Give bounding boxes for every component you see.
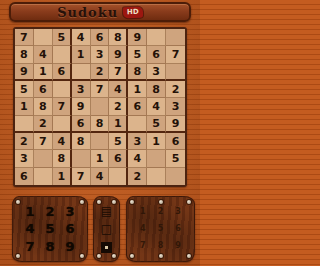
cell-r3c9[interactable] bbox=[166, 64, 185, 81]
cell-r2c7[interactable]: 5 bbox=[128, 46, 147, 63]
tool-column: ▤□ bbox=[98, 202, 115, 256]
cell-r3c6[interactable]: 7 bbox=[109, 64, 128, 81]
cell-r5c1[interactable]: 1 bbox=[15, 98, 34, 115]
cell-r1c9[interactable] bbox=[166, 29, 185, 46]
digit-key-4[interactable]: 4 bbox=[20, 220, 40, 237]
cell-r6c1[interactable] bbox=[15, 116, 34, 133]
cell-r7c4[interactable]: 8 bbox=[72, 133, 91, 150]
cell-r5c3[interactable]: 7 bbox=[53, 98, 72, 115]
cell-r2c6[interactable]: 9 bbox=[109, 46, 128, 63]
cell-r7c8[interactable]: 1 bbox=[147, 133, 166, 150]
pencil-marks-icon[interactable]: ▤ bbox=[98, 202, 115, 220]
pencil-key-6[interactable]: 6 bbox=[169, 220, 187, 237]
cell-r3c1[interactable]: 9 bbox=[15, 64, 34, 81]
digit-key-7[interactable]: 7 bbox=[20, 238, 40, 255]
cell-r9c3[interactable]: 1 bbox=[53, 168, 72, 185]
cell-r7c6[interactable]: 5 bbox=[109, 133, 128, 150]
pencil-key-2[interactable]: 2 bbox=[152, 203, 170, 220]
sudoku-board: 7546898413956791627835637418218792643268… bbox=[13, 27, 187, 187]
cell-r1c8[interactable] bbox=[147, 29, 166, 46]
clear-selected-icon[interactable] bbox=[98, 238, 115, 256]
cell-r4c8[interactable]: 8 bbox=[147, 81, 166, 98]
cell-r3c5[interactable]: 2 bbox=[91, 64, 110, 81]
cell-r2c8[interactable]: 6 bbox=[147, 46, 166, 63]
cell-r8c3[interactable]: 8 bbox=[53, 150, 72, 167]
digit-key-5[interactable]: 5 bbox=[40, 220, 60, 237]
digit-pad: 123456789 bbox=[12, 196, 88, 262]
cell-r4c2[interactable]: 6 bbox=[34, 81, 53, 98]
rivet-icon bbox=[187, 200, 191, 204]
cell-r4c5[interactable]: 7 bbox=[91, 81, 110, 98]
cell-r9c2[interactable] bbox=[34, 168, 53, 185]
cell-r1c2[interactable] bbox=[34, 29, 53, 46]
cell-r2c2[interactable]: 4 bbox=[34, 46, 53, 63]
cell-r1c5[interactable]: 6 bbox=[91, 29, 110, 46]
digit-key-3[interactable]: 3 bbox=[60, 203, 80, 220]
digit-key-1[interactable]: 1 bbox=[20, 203, 40, 220]
cell-r4c1[interactable]: 5 bbox=[15, 81, 34, 98]
cell-r7c7[interactable]: 3 bbox=[128, 133, 147, 150]
cell-r2c9[interactable]: 7 bbox=[166, 46, 185, 63]
cell-r9c8[interactable] bbox=[147, 168, 166, 185]
cell-r9c1[interactable]: 6 bbox=[15, 168, 34, 185]
cell-r4c4[interactable]: 3 bbox=[72, 81, 91, 98]
cell-r7c2[interactable]: 7 bbox=[34, 133, 53, 150]
cell-r7c5[interactable] bbox=[91, 133, 110, 150]
pencil-key-9[interactable]: 9 bbox=[169, 238, 187, 255]
pencil-key-4[interactable]: 4 bbox=[134, 220, 152, 237]
cell-r1c7[interactable]: 9 bbox=[128, 29, 147, 46]
cell-r3c8[interactable]: 3 bbox=[147, 64, 166, 81]
cell-r9c5[interactable]: 4 bbox=[91, 168, 110, 185]
tool-panel: ▤□ bbox=[93, 196, 120, 262]
cell-r9c9[interactable] bbox=[166, 168, 185, 185]
digit-key-9[interactable]: 9 bbox=[60, 238, 80, 255]
cell-r5c5[interactable] bbox=[91, 98, 110, 115]
cell-r2c1[interactable]: 8 bbox=[15, 46, 34, 63]
cell-r3c4[interactable] bbox=[72, 64, 91, 81]
pencil-key-8[interactable]: 8 bbox=[152, 238, 170, 255]
title-plank: Sudoku HD bbox=[9, 2, 191, 22]
pencil-key-3[interactable]: 3 bbox=[169, 203, 187, 220]
cell-r7c9[interactable]: 6 bbox=[166, 133, 185, 150]
cell-r8c7[interactable]: 4 bbox=[128, 150, 147, 167]
cell-r8c4[interactable] bbox=[72, 150, 91, 167]
cell-r6c6[interactable]: 1 bbox=[109, 116, 128, 133]
cell-r8c2[interactable] bbox=[34, 150, 53, 167]
cell-r9c7[interactable]: 2 bbox=[128, 168, 147, 185]
cell-r2c3[interactable] bbox=[53, 46, 72, 63]
cell-r9c4[interactable]: 7 bbox=[72, 168, 91, 185]
cell-r8c9[interactable]: 5 bbox=[166, 150, 185, 167]
digit-pad-grid: 123456789 bbox=[20, 203, 80, 255]
cell-r8c5[interactable]: 1 bbox=[91, 150, 110, 167]
digit-key-2[interactable]: 2 bbox=[40, 203, 60, 220]
cell-r4c7[interactable]: 1 bbox=[128, 81, 147, 98]
cell-r6c4[interactable]: 6 bbox=[72, 116, 91, 133]
cell-r8c1[interactable]: 3 bbox=[15, 150, 34, 167]
cell-r8c6[interactable]: 6 bbox=[109, 150, 128, 167]
pencil-key-1[interactable]: 1 bbox=[134, 203, 152, 220]
cell-r1c3[interactable]: 5 bbox=[53, 29, 72, 46]
cell-r5c7[interactable]: 6 bbox=[128, 98, 147, 115]
cell-r5c6[interactable]: 2 bbox=[109, 98, 128, 115]
cell-r1c1[interactable]: 7 bbox=[15, 29, 34, 46]
cell-r4c6[interactable]: 4 bbox=[109, 81, 128, 98]
rivet-icon bbox=[80, 200, 84, 204]
cell-r4c3[interactable] bbox=[53, 81, 72, 98]
cell-r8c8[interactable] bbox=[147, 150, 166, 167]
cell-r1c6[interactable]: 8 bbox=[109, 29, 128, 46]
cell-r2c5[interactable]: 3 bbox=[91, 46, 110, 63]
digit-key-6[interactable]: 6 bbox=[60, 220, 80, 237]
cell-r5c8[interactable]: 4 bbox=[147, 98, 166, 115]
cell-r5c2[interactable]: 8 bbox=[34, 98, 53, 115]
rivet-icon bbox=[80, 254, 84, 258]
cell-r6c8[interactable]: 5 bbox=[147, 116, 166, 133]
cell-r1c4[interactable]: 4 bbox=[72, 29, 91, 46]
pencil-pad-grid: 123456789 bbox=[134, 203, 187, 255]
cell-r6c3[interactable] bbox=[53, 116, 72, 133]
hd-badge: HD bbox=[123, 6, 143, 18]
cell-r6c5[interactable]: 8 bbox=[91, 116, 110, 133]
cell-r6c2[interactable]: 2 bbox=[34, 116, 53, 133]
pencil-key-7[interactable]: 7 bbox=[134, 238, 152, 255]
cell-r5c4[interactable]: 9 bbox=[72, 98, 91, 115]
eraser-icon[interactable]: □ bbox=[98, 220, 115, 238]
cell-r6c7[interactable] bbox=[128, 116, 147, 133]
cell-r5c9[interactable]: 3 bbox=[166, 98, 185, 115]
cell-r2c4[interactable]: 1 bbox=[72, 46, 91, 63]
cell-r3c3[interactable]: 6 bbox=[53, 64, 72, 81]
cell-r7c3[interactable]: 4 bbox=[53, 133, 72, 150]
cell-r4c9[interactable]: 2 bbox=[166, 81, 185, 98]
pencil-key-5[interactable]: 5 bbox=[152, 220, 170, 237]
pencil-pad: 123456789 bbox=[126, 196, 195, 262]
cell-r9c6[interactable] bbox=[109, 168, 128, 185]
cell-r7c1[interactable]: 2 bbox=[15, 133, 34, 150]
cell-r6c9[interactable]: 9 bbox=[166, 116, 185, 133]
cell-r3c2[interactable]: 1 bbox=[34, 64, 53, 81]
cell-r3c7[interactable]: 8 bbox=[128, 64, 147, 81]
rivet-icon bbox=[187, 254, 191, 258]
app-title: Sudoku bbox=[57, 6, 118, 19]
digit-key-8[interactable]: 8 bbox=[40, 238, 60, 255]
